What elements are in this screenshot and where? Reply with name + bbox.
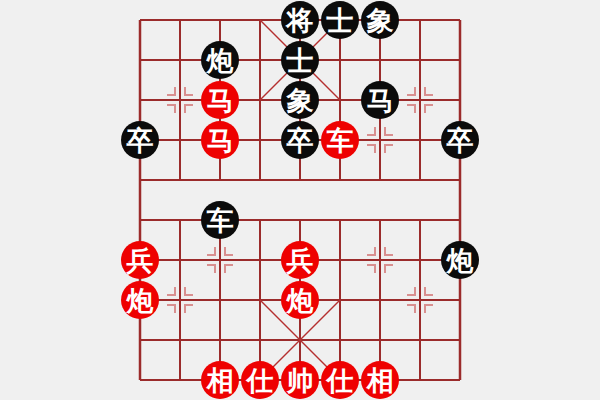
red-elephant-piece[interactable]: 相 xyxy=(201,361,239,399)
black-elephant-piece[interactable]: 象 xyxy=(281,81,319,119)
red-soldier-piece[interactable]: 兵 xyxy=(281,241,319,279)
black-elephant-piece[interactable]: 象 xyxy=(361,1,399,39)
red-elephant-piece[interactable]: 相 xyxy=(361,361,399,399)
black-horse-piece[interactable]: 马 xyxy=(361,81,399,119)
black-soldier-piece[interactable]: 卒 xyxy=(441,121,479,159)
red-soldier-piece[interactable]: 兵 xyxy=(121,241,159,279)
pieces-layer: 将士象炮士马象马卒马卒车卒车兵兵炮炮炮相仕帅仕相 xyxy=(120,0,480,400)
red-horse-piece[interactable]: 马 xyxy=(201,81,239,119)
black-chariot-piece[interactable]: 车 xyxy=(201,201,239,239)
red-cannon-piece[interactable]: 炮 xyxy=(281,281,319,319)
red-general-piece[interactable]: 帅 xyxy=(281,361,319,399)
black-soldier-piece[interactable]: 卒 xyxy=(281,121,319,159)
red-horse-piece[interactable]: 马 xyxy=(201,121,239,159)
black-cannon-piece[interactable]: 炮 xyxy=(201,41,239,79)
red-cannon-piece[interactable]: 炮 xyxy=(121,281,159,319)
black-soldier-piece[interactable]: 卒 xyxy=(121,121,159,159)
black-advisor-piece[interactable]: 士 xyxy=(321,1,359,39)
black-cannon-piece[interactable]: 炮 xyxy=(441,241,479,279)
black-advisor-piece[interactable]: 士 xyxy=(281,41,319,79)
red-chariot-piece[interactable]: 车 xyxy=(321,121,359,159)
red-advisor-piece[interactable]: 仕 xyxy=(321,361,359,399)
red-advisor-piece[interactable]: 仕 xyxy=(241,361,279,399)
black-general-piece[interactable]: 将 xyxy=(281,1,319,39)
xiangqi-board: 将士象炮士马象马卒马卒车卒车兵兵炮炮炮相仕帅仕相 xyxy=(0,0,600,400)
